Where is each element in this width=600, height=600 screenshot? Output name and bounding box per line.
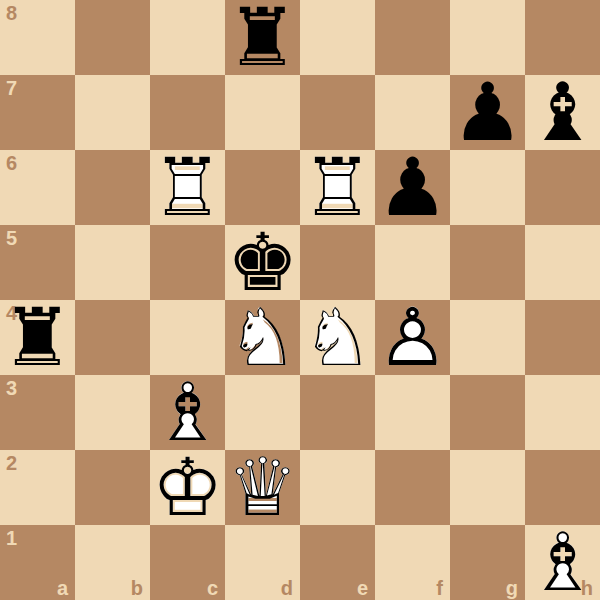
rank-label-1: 1	[6, 528, 17, 548]
square-a3[interactable]: 3	[0, 375, 75, 450]
rook-icon: ♜	[302, 150, 374, 225]
square-a7[interactable]: 7	[0, 75, 75, 150]
file-label-d: d	[281, 578, 293, 598]
square-f7[interactable]	[375, 75, 450, 150]
knight-icon: ♘	[227, 300, 299, 375]
knight-icon: ♘	[302, 300, 374, 375]
square-g5[interactable]	[450, 225, 525, 300]
square-e2[interactable]	[300, 450, 375, 525]
square-b7[interactable]	[75, 75, 150, 150]
white-knight-d4[interactable]: ♞♘	[225, 300, 300, 375]
square-f3[interactable]	[375, 375, 450, 450]
file-label-f: f	[436, 578, 443, 598]
white-rook-c6[interactable]: ♜♖	[150, 150, 225, 225]
queen-icon: ♕	[227, 450, 299, 525]
bishop-icon: ♝	[527, 525, 599, 600]
square-c1[interactable]: c	[150, 525, 225, 600]
square-c7[interactable]	[150, 75, 225, 150]
square-f6[interactable]: ♟	[375, 150, 450, 225]
square-f2[interactable]	[375, 450, 450, 525]
square-e6[interactable]: ♜♖	[300, 150, 375, 225]
square-d4[interactable]: ♞♘	[225, 300, 300, 375]
square-c8[interactable]	[150, 0, 225, 75]
black-bishop-h7[interactable]: ♝	[525, 75, 600, 150]
square-b3[interactable]	[75, 375, 150, 450]
white-bishop-c3[interactable]: ♝♗	[150, 375, 225, 450]
white-bishop-h1[interactable]: ♝♗	[525, 525, 600, 600]
square-b6[interactable]	[75, 150, 150, 225]
square-b4[interactable]	[75, 300, 150, 375]
square-d5[interactable]: ♚	[225, 225, 300, 300]
square-h3[interactable]	[525, 375, 600, 450]
square-c6[interactable]: ♜♖	[150, 150, 225, 225]
square-c2[interactable]: ♚♔	[150, 450, 225, 525]
pawn-icon: ♙	[377, 300, 449, 375]
rank-label-3: 3	[6, 378, 17, 398]
rank-label-6: 6	[6, 153, 17, 173]
bishop-icon: ♝	[152, 375, 224, 450]
rank-label-5: 5	[6, 228, 17, 248]
white-knight-e4[interactable]: ♞♘	[300, 300, 375, 375]
square-h2[interactable]	[525, 450, 600, 525]
square-e7[interactable]	[300, 75, 375, 150]
file-label-b: b	[131, 578, 143, 598]
white-rook-e6[interactable]: ♜♖	[300, 150, 375, 225]
square-e3[interactable]	[300, 375, 375, 450]
black-king-d5[interactable]: ♚	[225, 225, 300, 300]
square-h4[interactable]	[525, 300, 600, 375]
square-f1[interactable]: f	[375, 525, 450, 600]
square-g4[interactable]	[450, 300, 525, 375]
knight-icon: ♞	[302, 300, 374, 375]
square-h8[interactable]	[525, 0, 600, 75]
bishop-icon: ♗	[152, 375, 224, 450]
pawn-icon: ♟	[452, 75, 524, 150]
square-b2[interactable]	[75, 450, 150, 525]
square-g1[interactable]: g	[450, 525, 525, 600]
square-c3[interactable]: ♝♗	[150, 375, 225, 450]
square-h1[interactable]: h♝♗	[525, 525, 600, 600]
square-d3[interactable]	[225, 375, 300, 450]
square-g6[interactable]	[450, 150, 525, 225]
white-queen-d2[interactable]: ♛♕	[225, 450, 300, 525]
king-icon: ♚	[152, 450, 224, 525]
square-c5[interactable]	[150, 225, 225, 300]
square-h6[interactable]	[525, 150, 600, 225]
square-g3[interactable]	[450, 375, 525, 450]
black-rook-d8[interactable]: ♜	[225, 0, 300, 75]
square-c4[interactable]	[150, 300, 225, 375]
square-b8[interactable]	[75, 0, 150, 75]
black-pawn-g7[interactable]: ♟	[450, 75, 525, 150]
file-label-c: c	[207, 578, 218, 598]
file-label-a: a	[57, 578, 68, 598]
rank-label-2: 2	[6, 453, 17, 473]
king-icon: ♚	[227, 225, 299, 300]
square-e1[interactable]: e	[300, 525, 375, 600]
square-f8[interactable]	[375, 0, 450, 75]
square-g2[interactable]	[450, 450, 525, 525]
square-b5[interactable]	[75, 225, 150, 300]
file-label-e: e	[357, 578, 368, 598]
square-h7[interactable]: ♝	[525, 75, 600, 150]
rank-label-8: 8	[6, 3, 17, 23]
pawn-icon: ♟	[377, 150, 449, 225]
queen-icon: ♛	[227, 450, 299, 525]
square-a2[interactable]: 2	[0, 450, 75, 525]
bishop-icon: ♝	[527, 75, 599, 150]
square-d2[interactable]: ♛♕	[225, 450, 300, 525]
pawn-icon: ♟	[377, 300, 449, 375]
square-a4[interactable]: 4♜	[0, 300, 75, 375]
rook-icon: ♜	[227, 0, 299, 75]
square-g7[interactable]: ♟	[450, 75, 525, 150]
king-icon: ♔	[152, 450, 224, 525]
square-f4[interactable]: ♟♙	[375, 300, 450, 375]
rook-icon: ♜	[152, 150, 224, 225]
square-d8[interactable]: ♜	[225, 0, 300, 75]
square-a8[interactable]: 8	[0, 0, 75, 75]
rank-label-7: 7	[6, 78, 17, 98]
square-b1[interactable]: b	[75, 525, 150, 600]
square-a1[interactable]: 1a	[0, 525, 75, 600]
square-e5[interactable]	[300, 225, 375, 300]
black-rook-a4[interactable]: ♜	[0, 300, 75, 375]
chess-board: 8♜7♟♝6♜♖♜♖♟5♚4♜♞♘♞♘♟♙3♝♗2♚♔♛♕1abcdefgh♝♗	[0, 0, 600, 600]
black-pawn-f6[interactable]: ♟	[375, 150, 450, 225]
square-e4[interactable]: ♞♘	[300, 300, 375, 375]
square-a5[interactable]: 5	[0, 225, 75, 300]
bishop-icon: ♗	[527, 525, 599, 600]
rook-icon: ♖	[152, 150, 224, 225]
square-d1[interactable]: d	[225, 525, 300, 600]
square-h5[interactable]	[525, 225, 600, 300]
file-label-g: g	[506, 578, 518, 598]
square-f5[interactable]	[375, 225, 450, 300]
square-d6[interactable]	[225, 150, 300, 225]
knight-icon: ♞	[227, 300, 299, 375]
square-a6[interactable]: 6	[0, 150, 75, 225]
rook-icon: ♖	[302, 150, 374, 225]
rook-icon: ♜	[2, 300, 74, 375]
square-e8[interactable]	[300, 0, 375, 75]
square-d7[interactable]	[225, 75, 300, 150]
white-pawn-f4[interactable]: ♟♙	[375, 300, 450, 375]
white-king-c2[interactable]: ♚♔	[150, 450, 225, 525]
square-g8[interactable]	[450, 0, 525, 75]
